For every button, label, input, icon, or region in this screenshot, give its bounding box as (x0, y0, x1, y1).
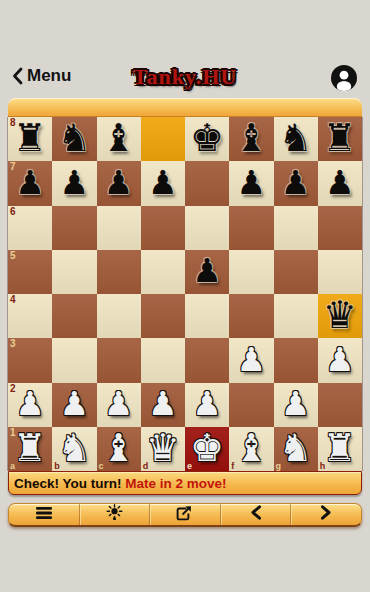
square-g6[interactable] (274, 206, 318, 250)
square-b7[interactable]: ♟ (52, 161, 96, 205)
status-mate-text: Mate in 2 move! (125, 476, 226, 491)
square-e6[interactable] (185, 206, 229, 250)
square-c2[interactable]: ♟ (97, 383, 141, 427)
square-h2[interactable] (318, 383, 362, 427)
chevron-right-icon (320, 505, 332, 524)
square-f3[interactable]: ♟ (229, 338, 273, 382)
status-bar: Check! You turn! Mate in 2 move! (8, 471, 362, 495)
square-d7[interactable]: ♟ (141, 161, 185, 205)
square-g7[interactable]: ♟ (274, 161, 318, 205)
square-f7[interactable]: ♟ (229, 161, 273, 205)
rank-label-4: 4 (10, 294, 16, 305)
rank-label-7: 7 (10, 161, 16, 172)
hamburger-icon (35, 506, 53, 524)
square-a3[interactable]: 3 (8, 338, 52, 382)
square-c8[interactable]: ♝ (97, 117, 141, 161)
square-c1[interactable]: ♝c (97, 427, 141, 471)
square-h8[interactable]: ♜ (318, 117, 362, 161)
square-b2[interactable]: ♟ (52, 383, 96, 427)
square-a7[interactable]: ♟7 (8, 161, 52, 205)
white-pawn-e2: ♟ (192, 387, 222, 420)
square-f5[interactable] (229, 250, 273, 294)
white-pawn-g2: ♟ (281, 387, 311, 420)
square-a5[interactable]: 5 (8, 250, 52, 294)
square-h1[interactable]: ♜h (318, 427, 362, 471)
file-label-f: f (231, 461, 234, 471)
black-knight-b8: ♞ (57, 119, 91, 157)
account-icon (330, 78, 358, 95)
square-b3[interactable] (52, 338, 96, 382)
rank-label-2: 2 (10, 383, 16, 394)
square-c7[interactable]: ♟ (97, 161, 141, 205)
black-queen-h4: ♛ (323, 296, 357, 334)
square-a4[interactable]: 4 (8, 294, 52, 338)
account-button[interactable] (330, 64, 358, 92)
app-logo: Tanky.HU (0, 64, 370, 90)
header: Menu Tanky.HU (0, 60, 370, 98)
share-button[interactable] (149, 504, 220, 525)
square-f6[interactable] (229, 206, 273, 250)
square-f2[interactable] (229, 383, 273, 427)
square-f8[interactable]: ♝ (229, 117, 273, 161)
rank-label-6: 6 (10, 206, 16, 217)
white-bishop-c1: ♝ (102, 429, 136, 467)
square-a6[interactable]: 6 (8, 206, 52, 250)
square-d6[interactable] (141, 206, 185, 250)
file-label-b: b (54, 461, 60, 471)
file-label-h: h (320, 461, 326, 471)
black-pawn-h7: ♟ (325, 166, 355, 199)
rank-label-5: 5 (10, 250, 16, 261)
previous-move-button[interactable] (220, 504, 291, 525)
square-d5[interactable] (141, 250, 185, 294)
file-label-d: d (143, 461, 149, 471)
square-a1[interactable]: ♜1a (8, 427, 52, 471)
white-pawn-b2: ♟ (60, 387, 90, 420)
white-pawn-d2: ♟ (148, 387, 178, 420)
square-e8[interactable]: ♚ (185, 117, 229, 161)
square-e4[interactable] (185, 294, 229, 338)
square-f4[interactable] (229, 294, 273, 338)
board-frame-top (8, 98, 362, 117)
square-f1[interactable]: ♝f (229, 427, 273, 471)
square-e2[interactable]: ♟ (185, 383, 229, 427)
black-bishop-c8: ♝ (102, 119, 136, 157)
square-d2[interactable]: ♟ (141, 383, 185, 427)
square-b6[interactable] (52, 206, 96, 250)
board-card: ♜8♞♝♚♝♞♜♟7♟♟♟♟♟♟65♟4♛3♟♟♟2♟♟♟♟♟♜1a♞b♝c♛d… (8, 98, 362, 495)
square-h3[interactable]: ♟ (318, 338, 362, 382)
square-e5[interactable]: ♟ (185, 250, 229, 294)
file-label-e: e (187, 461, 192, 471)
white-rook-h1: ♜ (323, 429, 357, 467)
bottom-toolbar (8, 503, 362, 527)
square-c4[interactable] (97, 294, 141, 338)
rank-label-8: 8 (10, 117, 16, 128)
square-g5[interactable] (274, 250, 318, 294)
chess-board: ♜8♞♝♚♝♞♜♟7♟♟♟♟♟♟65♟4♛3♟♟♟2♟♟♟♟♟♜1a♞b♝c♛d… (8, 117, 362, 471)
square-b1[interactable]: ♞b (52, 427, 96, 471)
black-pawn-a7: ♟ (15, 166, 45, 199)
menu-button[interactable] (9, 504, 79, 525)
black-rook-h8: ♜ (323, 119, 357, 157)
black-pawn-g7: ♟ (281, 166, 311, 199)
square-d8[interactable] (141, 117, 185, 161)
file-label-g: g (276, 461, 282, 471)
square-h5[interactable] (318, 250, 362, 294)
black-bishop-f8: ♝ (234, 119, 268, 157)
square-e7[interactable] (185, 161, 229, 205)
square-b4[interactable] (52, 294, 96, 338)
black-pawn-d7: ♟ (148, 166, 178, 199)
black-king-e8: ♚ (190, 119, 224, 157)
square-g2[interactable]: ♟ (274, 383, 318, 427)
white-knight-g1: ♞ (279, 429, 313, 467)
white-king-e1: ♚ (190, 429, 224, 467)
lightbulb-icon (106, 504, 123, 525)
square-a8[interactable]: ♜8 (8, 117, 52, 161)
black-knight-g8: ♞ (279, 119, 313, 157)
square-d1[interactable]: ♛d (141, 427, 185, 471)
black-pawn-f7: ♟ (237, 166, 267, 199)
square-g3[interactable] (274, 338, 318, 382)
file-label-a: a (10, 461, 15, 471)
next-move-button[interactable] (290, 504, 361, 525)
file-label-c: c (99, 461, 104, 471)
square-d3[interactable] (141, 338, 185, 382)
square-g4[interactable] (274, 294, 318, 338)
white-knight-b1: ♞ (57, 429, 91, 467)
hint-button[interactable] (79, 504, 150, 525)
white-pawn-a2: ♟ (15, 387, 45, 420)
rank-label-1: 1 (10, 427, 16, 438)
app-screen: Menu Tanky.HU ♜8♞♝♚♝♞♜♟7♟♟♟♟♟♟65♟4♛3♟♟♟2… (0, 0, 370, 592)
square-c6[interactable] (97, 206, 141, 250)
chevron-left-icon (250, 505, 262, 524)
square-b5[interactable] (52, 250, 96, 294)
square-c5[interactable] (97, 250, 141, 294)
square-c3[interactable] (97, 338, 141, 382)
black-pawn-c7: ♟ (104, 166, 134, 199)
rank-label-3: 3 (10, 338, 16, 349)
white-pawn-f3: ♟ (237, 343, 267, 376)
white-rook-a1: ♜ (13, 429, 47, 467)
square-h6[interactable] (318, 206, 362, 250)
square-a2[interactable]: ♟2 (8, 383, 52, 427)
white-bishop-f1: ♝ (234, 429, 268, 467)
white-pawn-h3: ♟ (325, 343, 355, 376)
status-check-text: Check! You turn! (14, 476, 125, 491)
white-pawn-c2: ♟ (104, 387, 134, 420)
square-b8[interactable]: ♞ (52, 117, 96, 161)
share-icon (176, 505, 193, 525)
square-e1[interactable]: ♚e (185, 427, 229, 471)
white-queen-d1: ♛ (146, 429, 180, 467)
square-g8[interactable]: ♞ (274, 117, 318, 161)
square-e3[interactable] (185, 338, 229, 382)
square-d4[interactable] (141, 294, 185, 338)
black-pawn-e5: ♟ (192, 254, 222, 287)
square-h4[interactable]: ♛ (318, 294, 362, 338)
black-pawn-b7: ♟ (60, 166, 90, 199)
square-g1[interactable]: ♞g (274, 427, 318, 471)
square-h7[interactable]: ♟ (318, 161, 362, 205)
black-rook-a8: ♜ (13, 119, 47, 157)
